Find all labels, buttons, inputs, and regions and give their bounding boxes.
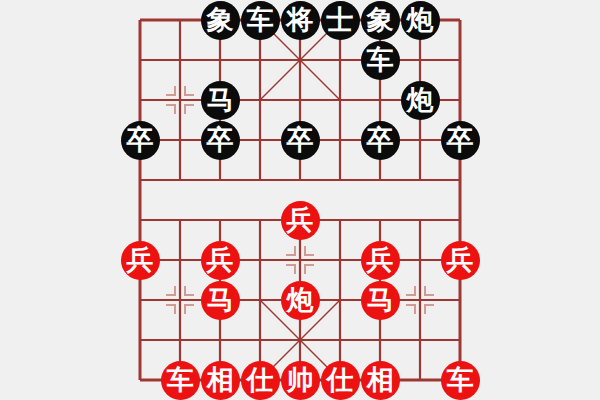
piece-glyph: 象 bbox=[207, 7, 234, 34]
piece-glyph: 卒 bbox=[447, 127, 474, 154]
piece-red-soldier[interactable]: 兵 bbox=[441, 241, 480, 280]
piece-glyph: 炮 bbox=[287, 287, 314, 314]
piece-black-chariot[interactable]: 车 bbox=[241, 1, 280, 40]
piece-red-advisor[interactable]: 仕 bbox=[241, 361, 280, 400]
piece-glyph: 车 bbox=[247, 7, 274, 34]
piece-black-soldier[interactable]: 卒 bbox=[121, 121, 160, 160]
piece-glyph: 相 bbox=[207, 367, 234, 394]
piece-red-chariot[interactable]: 车 bbox=[441, 361, 480, 400]
piece-black-horse[interactable]: 马 bbox=[201, 81, 240, 120]
piece-glyph: 卒 bbox=[127, 127, 154, 154]
xiangqi-board[interactable]: 象车将士象炮车马炮卒卒卒卒卒兵兵兵兵兵马炮马车相仕帅仕相车 bbox=[0, 0, 600, 400]
piece-red-soldier[interactable]: 兵 bbox=[361, 241, 400, 280]
piece-glyph: 兵 bbox=[447, 247, 474, 274]
piece-glyph: 炮 bbox=[407, 7, 434, 34]
piece-glyph: 马 bbox=[207, 87, 234, 114]
piece-glyph: 马 bbox=[367, 287, 394, 314]
piece-glyph: 炮 bbox=[407, 87, 434, 114]
piece-glyph: 兵 bbox=[287, 207, 314, 234]
piece-glyph: 兵 bbox=[207, 247, 234, 274]
piece-red-elephant[interactable]: 相 bbox=[201, 361, 240, 400]
piece-glyph: 帅 bbox=[287, 367, 314, 394]
piece-black-soldier[interactable]: 卒 bbox=[281, 121, 320, 160]
piece-red-advisor[interactable]: 仕 bbox=[321, 361, 360, 400]
piece-glyph: 仕 bbox=[327, 367, 354, 394]
piece-black-soldier[interactable]: 卒 bbox=[361, 121, 400, 160]
piece-red-chariot[interactable]: 车 bbox=[161, 361, 200, 400]
piece-glyph: 卒 bbox=[207, 127, 234, 154]
piece-black-cannon[interactable]: 炮 bbox=[401, 81, 440, 120]
piece-black-elephant[interactable]: 象 bbox=[201, 1, 240, 40]
piece-black-soldier[interactable]: 卒 bbox=[201, 121, 240, 160]
piece-glyph: 车 bbox=[167, 367, 194, 394]
piece-black-chariot[interactable]: 车 bbox=[361, 41, 400, 80]
piece-red-soldier[interactable]: 兵 bbox=[281, 201, 320, 240]
piece-red-soldier[interactable]: 兵 bbox=[121, 241, 160, 280]
piece-red-soldier[interactable]: 兵 bbox=[201, 241, 240, 280]
piece-glyph: 兵 bbox=[127, 247, 154, 274]
piece-black-advisor[interactable]: 士 bbox=[321, 1, 360, 40]
piece-black-elephant[interactable]: 象 bbox=[361, 1, 400, 40]
piece-glyph: 士 bbox=[327, 7, 354, 34]
piece-red-general[interactable]: 帅 bbox=[281, 361, 320, 400]
piece-glyph: 卒 bbox=[287, 127, 314, 154]
piece-glyph: 车 bbox=[447, 367, 474, 394]
piece-black-general[interactable]: 将 bbox=[281, 1, 320, 40]
piece-glyph: 象 bbox=[367, 7, 394, 34]
piece-red-cannon[interactable]: 炮 bbox=[281, 281, 320, 320]
piece-red-elephant[interactable]: 相 bbox=[361, 361, 400, 400]
piece-glyph: 兵 bbox=[367, 247, 394, 274]
piece-red-horse[interactable]: 马 bbox=[201, 281, 240, 320]
piece-glyph: 相 bbox=[367, 367, 394, 394]
piece-black-soldier[interactable]: 卒 bbox=[441, 121, 480, 160]
pieces-layer: 象车将士象炮车马炮卒卒卒卒卒兵兵兵兵兵马炮马车相仕帅仕相车 bbox=[0, 0, 600, 400]
piece-glyph: 卒 bbox=[367, 127, 394, 154]
piece-red-horse[interactable]: 马 bbox=[361, 281, 400, 320]
piece-glyph: 车 bbox=[367, 47, 394, 74]
piece-glyph: 马 bbox=[207, 287, 234, 314]
piece-glyph: 将 bbox=[287, 7, 314, 34]
piece-black-cannon[interactable]: 炮 bbox=[401, 1, 440, 40]
piece-glyph: 仕 bbox=[247, 367, 274, 394]
